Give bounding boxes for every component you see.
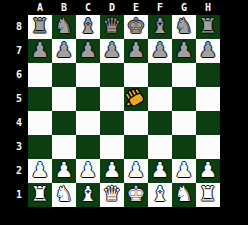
piece-white-king: ♚ — [127, 184, 146, 205]
square-e5[interactable] — [124, 87, 148, 111]
square-h4[interactable] — [196, 111, 220, 135]
piece-black-rook: ♜ — [31, 16, 50, 37]
piece-white-rook: ♜ — [199, 184, 218, 205]
square-e1[interactable]: ♚ — [124, 183, 148, 207]
rank-label-3: 3 — [12, 135, 26, 159]
square-g5[interactable] — [172, 87, 196, 111]
file-label-d: D — [100, 2, 124, 14]
file-label-f: F — [148, 2, 172, 14]
piece-white-knight: ♞ — [55, 184, 74, 205]
piece-white-bishop: ♝ — [151, 184, 170, 205]
piece-black-bishop: ♝ — [151, 16, 170, 37]
piece-white-pawn: ♟ — [127, 160, 146, 181]
square-d1[interactable]: ♛ — [100, 183, 124, 207]
rank-label-5: 5 — [12, 87, 26, 111]
square-g2[interactable]: ♟ — [172, 159, 196, 183]
square-a5[interactable] — [28, 87, 52, 111]
piece-white-pawn: ♟ — [175, 160, 194, 181]
piece-white-queen: ♛ — [103, 184, 122, 205]
square-b2[interactable]: ♟ — [52, 159, 76, 183]
square-c8[interactable]: ♝ — [76, 15, 100, 39]
square-d4[interactable] — [100, 111, 124, 135]
square-e8[interactable]: ♚ — [124, 15, 148, 39]
piece-black-rook: ♜ — [199, 16, 218, 37]
file-label-g: G — [172, 2, 196, 14]
square-h2[interactable]: ♟ — [196, 159, 220, 183]
square-c2[interactable]: ♟ — [76, 159, 100, 183]
square-b4[interactable] — [52, 111, 76, 135]
rank-label-7: 7 — [12, 39, 26, 63]
chess-board: ♜♞♝♛♚♝♞♜♟♟♟♟♟♟♟♟♟♟♟♟♟♟♟♟♜♞♝♛♚♝♞♜ — [28, 15, 220, 207]
rank-labels: 87654321 — [12, 15, 26, 207]
square-a8[interactable]: ♜ — [28, 15, 52, 39]
square-a7[interactable]: ♟ — [28, 39, 52, 63]
piece-black-king: ♚ — [127, 16, 146, 37]
square-a2[interactable]: ♟ — [28, 159, 52, 183]
square-d5[interactable] — [100, 87, 124, 111]
rank-label-6: 6 — [12, 63, 26, 87]
square-f5[interactable] — [148, 87, 172, 111]
piece-white-rook: ♜ — [31, 184, 50, 205]
file-label-c: C — [76, 2, 100, 14]
square-f4[interactable] — [148, 111, 172, 135]
piece-white-pawn: ♟ — [199, 160, 218, 181]
square-f2[interactable]: ♟ — [148, 159, 172, 183]
square-f1[interactable]: ♝ — [148, 183, 172, 207]
square-g6[interactable] — [172, 63, 196, 87]
square-c3[interactable] — [76, 135, 100, 159]
piece-white-pawn: ♟ — [31, 160, 50, 181]
file-label-e: E — [124, 2, 148, 14]
piece-black-pawn: ♟ — [199, 40, 218, 61]
square-g8[interactable]: ♞ — [172, 15, 196, 39]
square-h8[interactable]: ♜ — [196, 15, 220, 39]
square-d7[interactable]: ♟ — [100, 39, 124, 63]
square-d3[interactable] — [100, 135, 124, 159]
piece-black-pawn: ♟ — [79, 40, 98, 61]
square-d8[interactable]: ♛ — [100, 15, 124, 39]
square-e3[interactable] — [124, 135, 148, 159]
square-g7[interactable]: ♟ — [172, 39, 196, 63]
piece-black-knight: ♞ — [175, 16, 194, 37]
game-screen: ABCDEFGH 87654321 ♜♞♝♛♚♝♞♜♟♟♟♟♟♟♟♟♟♟♟♟♟♟… — [0, 0, 248, 225]
square-c5[interactable] — [76, 87, 100, 111]
square-f7[interactable]: ♟ — [148, 39, 172, 63]
square-b8[interactable]: ♞ — [52, 15, 76, 39]
piece-black-pawn: ♟ — [127, 40, 146, 61]
piece-black-pawn: ♟ — [151, 40, 170, 61]
square-e7[interactable]: ♟ — [124, 39, 148, 63]
piece-black-pawn: ♟ — [55, 40, 74, 61]
square-h7[interactable]: ♟ — [196, 39, 220, 63]
square-g3[interactable] — [172, 135, 196, 159]
square-h6[interactable] — [196, 63, 220, 87]
square-a1[interactable]: ♜ — [28, 183, 52, 207]
piece-black-pawn: ♟ — [31, 40, 50, 61]
square-a4[interactable] — [28, 111, 52, 135]
piece-white-pawn: ♟ — [151, 160, 170, 181]
piece-white-knight: ♞ — [175, 184, 194, 205]
square-c6[interactable] — [76, 63, 100, 87]
piece-white-bishop: ♝ — [79, 184, 98, 205]
square-g4[interactable] — [172, 111, 196, 135]
piece-white-pawn: ♟ — [79, 160, 98, 181]
square-h1[interactable]: ♜ — [196, 183, 220, 207]
square-f6[interactable] — [148, 63, 172, 87]
square-c4[interactable] — [76, 111, 100, 135]
rank-label-4: 4 — [12, 111, 26, 135]
rank-label-2: 2 — [12, 159, 26, 183]
piece-white-pawn: ♟ — [103, 160, 122, 181]
rank-label-8: 8 — [12, 15, 26, 39]
square-e6[interactable] — [124, 63, 148, 87]
square-a3[interactable] — [28, 135, 52, 159]
square-d6[interactable] — [100, 63, 124, 87]
square-f3[interactable] — [148, 135, 172, 159]
square-b3[interactable] — [52, 135, 76, 159]
square-b5[interactable] — [52, 87, 76, 111]
square-c7[interactable]: ♟ — [76, 39, 100, 63]
file-label-a: A — [28, 2, 52, 14]
piece-black-pawn: ♟ — [175, 40, 194, 61]
file-labels: ABCDEFGH — [28, 2, 220, 14]
piece-black-queen: ♛ — [103, 16, 122, 37]
square-h5[interactable] — [196, 87, 220, 111]
square-g1[interactable]: ♞ — [172, 183, 196, 207]
rank-label-1: 1 — [12, 183, 26, 207]
square-e2[interactable]: ♟ — [124, 159, 148, 183]
square-b1[interactable]: ♞ — [52, 183, 76, 207]
piece-black-knight: ♞ — [55, 16, 74, 37]
file-label-h: H — [196, 2, 220, 14]
piece-white-pawn: ♟ — [55, 160, 74, 181]
square-a6[interactable] — [28, 63, 52, 87]
square-e4[interactable] — [124, 111, 148, 135]
square-c1[interactable]: ♝ — [76, 183, 100, 207]
square-f8[interactable]: ♝ — [148, 15, 172, 39]
square-b6[interactable] — [52, 63, 76, 87]
file-label-b: B — [52, 2, 76, 14]
square-h3[interactable] — [196, 135, 220, 159]
square-d2[interactable]: ♟ — [100, 159, 124, 183]
square-b7[interactable]: ♟ — [52, 39, 76, 63]
piece-black-pawn: ♟ — [103, 40, 122, 61]
piece-black-bishop: ♝ — [79, 16, 98, 37]
